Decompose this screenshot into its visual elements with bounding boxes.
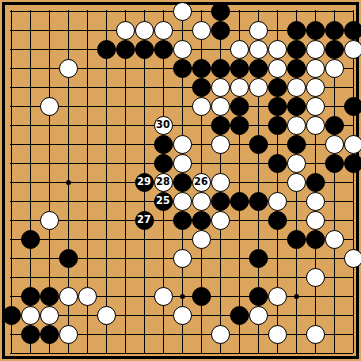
black-stone: [230, 97, 249, 116]
black-stone: [249, 135, 268, 154]
black-stone: [249, 287, 268, 306]
white-stone: [287, 173, 306, 192]
white-stone: [211, 211, 230, 230]
black-stone: [306, 21, 325, 40]
white-stone: [287, 78, 306, 97]
white-stone: [306, 192, 325, 211]
white-stone: [268, 192, 287, 211]
grid-line-horizontal: [10, 353, 353, 354]
black-stone: [230, 192, 249, 211]
white-stone: [59, 287, 78, 306]
black-stone: [287, 135, 306, 154]
black-stone: [287, 21, 306, 40]
black-stone: [97, 40, 116, 59]
black-stone: [173, 59, 192, 78]
white-stone: [344, 249, 361, 268]
white-stone: [230, 78, 249, 97]
white-stone: [211, 135, 230, 154]
grid-line-horizontal: [10, 277, 353, 278]
white-stone: [97, 306, 116, 325]
black-stone: [211, 59, 230, 78]
black-stone: [344, 97, 361, 116]
black-stone: [135, 40, 154, 59]
black-stone: [249, 192, 268, 211]
white-stone: [306, 59, 325, 78]
black-stone: [268, 211, 287, 230]
white-stone: [40, 306, 59, 325]
white-stone: [344, 135, 361, 154]
black-stone: [230, 59, 249, 78]
white-stone-move-30: 30: [154, 116, 173, 135]
white-stone: [40, 97, 59, 116]
black-stone: [21, 287, 40, 306]
white-stone: [116, 21, 135, 40]
white-stone: [325, 230, 344, 249]
white-stone: [268, 287, 287, 306]
black-stone: [192, 211, 211, 230]
white-stone: [268, 325, 287, 344]
black-stone: [230, 116, 249, 135]
white-stone: [268, 40, 287, 59]
black-stone: [344, 154, 361, 173]
star-point: [66, 180, 71, 185]
black-stone: [211, 192, 230, 211]
black-stone: [211, 116, 230, 135]
black-stone-move-25: 25: [154, 192, 173, 211]
white-stone: [249, 306, 268, 325]
white-stone: [59, 325, 78, 344]
white-stone: [40, 211, 59, 230]
white-stone: [173, 306, 192, 325]
black-stone: [287, 40, 306, 59]
black-stone: [154, 40, 173, 59]
black-stone: [268, 78, 287, 97]
black-stone: [40, 287, 59, 306]
black-stone: [249, 249, 268, 268]
white-stone: [306, 211, 325, 230]
black-stone-move-27: 27: [135, 211, 154, 230]
black-stone: [173, 211, 192, 230]
black-stone: [287, 59, 306, 78]
white-stone: [306, 325, 325, 344]
black-stone: [325, 116, 344, 135]
black-stone: [325, 154, 344, 173]
black-stone: [21, 325, 40, 344]
black-stone: [287, 230, 306, 249]
white-stone: [192, 192, 211, 211]
black-stone: [325, 40, 344, 59]
white-stone: [211, 325, 230, 344]
black-stone: [192, 59, 211, 78]
white-stone: [192, 230, 211, 249]
white-stone: [21, 306, 40, 325]
star-point: [180, 294, 185, 299]
white-stone: [173, 154, 192, 173]
white-stone: [173, 192, 192, 211]
black-stone: [59, 249, 78, 268]
black-stone: [344, 21, 361, 40]
white-stone: [249, 40, 268, 59]
white-stone: [211, 97, 230, 116]
black-stone: [116, 40, 135, 59]
white-stone: [192, 21, 211, 40]
black-stone: [192, 78, 211, 97]
black-stone-move-29: 29: [135, 173, 154, 192]
white-stone: [154, 287, 173, 306]
white-stone: [344, 40, 361, 59]
black-stone: [173, 173, 192, 192]
white-stone: [230, 40, 249, 59]
white-stone: [306, 116, 325, 135]
black-stone: [21, 230, 40, 249]
grid-line-vertical: [353, 10, 354, 353]
black-stone: [249, 59, 268, 78]
black-stone: [40, 325, 59, 344]
black-stone: [230, 306, 249, 325]
white-stone-move-28: 28: [154, 173, 173, 192]
white-stone: [78, 287, 97, 306]
white-stone: [249, 21, 268, 40]
white-stone: [306, 40, 325, 59]
white-stone: [173, 135, 192, 154]
black-stone: [268, 154, 287, 173]
black-stone: [154, 154, 173, 173]
go-board: 302928262527: [0, 0, 361, 361]
white-stone: [287, 154, 306, 173]
white-stone: [173, 40, 192, 59]
white-stone: [306, 268, 325, 287]
white-stone: [306, 97, 325, 116]
black-stone: [287, 97, 306, 116]
white-stone: [268, 59, 287, 78]
white-stone: [306, 78, 325, 97]
white-stone: [325, 135, 344, 154]
black-stone: [325, 21, 344, 40]
white-stone: [192, 97, 211, 116]
white-stone: [211, 78, 230, 97]
black-stone: [306, 173, 325, 192]
black-stone: [211, 21, 230, 40]
white-stone-move-26: 26: [192, 173, 211, 192]
star-point: [294, 294, 299, 299]
black-stone: [192, 287, 211, 306]
white-stone: [135, 21, 154, 40]
white-stone: [325, 59, 344, 78]
black-stone: [154, 135, 173, 154]
white-stone: [154, 21, 173, 40]
white-stone: [173, 2, 192, 21]
white-stone: [211, 173, 230, 192]
black-stone: [268, 116, 287, 135]
white-stone: [287, 116, 306, 135]
white-stone: [249, 78, 268, 97]
white-stone: [173, 249, 192, 268]
black-stone: [306, 230, 325, 249]
black-stone: [211, 2, 230, 21]
white-stone: [59, 59, 78, 78]
black-stone: [268, 97, 287, 116]
black-stone: [2, 306, 21, 325]
